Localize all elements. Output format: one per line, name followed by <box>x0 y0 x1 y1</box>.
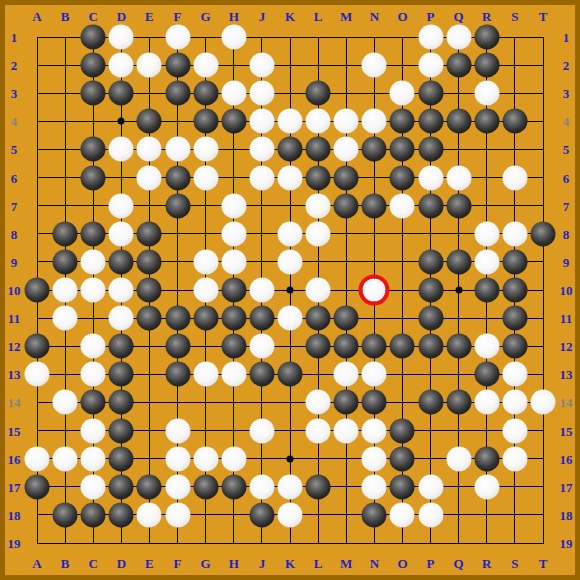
stone-black-F7[interactable] <box>165 193 190 218</box>
stone-white-Q16[interactable] <box>446 446 471 471</box>
stone-black-C14[interactable] <box>81 390 106 415</box>
stone-black-E4[interactable] <box>137 109 162 134</box>
stone-black-Q12[interactable] <box>446 334 471 359</box>
stone-white-E18[interactable] <box>137 502 162 527</box>
grid-line-horizontal <box>37 543 544 544</box>
stone-black-F2[interactable] <box>165 53 190 78</box>
column-label-bottom-S: S <box>511 557 518 570</box>
stone-white-M15[interactable] <box>334 418 359 443</box>
stone-white-O18[interactable] <box>390 502 415 527</box>
stone-white-N10-last-move-marker[interactable] <box>359 275 390 306</box>
stone-black-D13[interactable] <box>109 362 134 387</box>
stone-black-N18[interactable] <box>362 502 387 527</box>
column-label-top-O: O <box>397 10 407 23</box>
stone-black-S10[interactable] <box>502 278 527 303</box>
stone-black-O16[interactable] <box>390 446 415 471</box>
stone-white-H1[interactable] <box>221 25 246 50</box>
row-label-right-9: 9 <box>563 255 570 268</box>
stone-black-O15[interactable] <box>390 418 415 443</box>
row-label-right-6: 6 <box>563 171 570 184</box>
stone-black-F3[interactable] <box>165 81 190 106</box>
stone-black-E9[interactable] <box>137 249 162 274</box>
column-label-top-G: G <box>201 10 211 23</box>
stone-black-D14[interactable] <box>109 390 134 415</box>
column-label-bottom-H: H <box>229 557 239 570</box>
column-label-bottom-T: T <box>539 557 548 570</box>
row-label-left-15: 15 <box>8 424 21 437</box>
star-point-K10 <box>287 287 294 294</box>
stone-white-N16[interactable] <box>362 446 387 471</box>
stone-black-O4[interactable] <box>390 109 415 134</box>
stone-black-B8[interactable] <box>53 221 78 246</box>
stone-black-Q4[interactable] <box>446 109 471 134</box>
stone-black-K13[interactable] <box>278 362 303 387</box>
column-label-top-F: F <box>174 10 182 23</box>
stone-black-E8[interactable] <box>137 221 162 246</box>
stone-white-J15[interactable] <box>249 418 274 443</box>
stone-black-G3[interactable] <box>193 81 218 106</box>
row-label-right-19: 19 <box>560 537 573 550</box>
stone-white-M13[interactable] <box>334 362 359 387</box>
row-label-left-1: 1 <box>11 31 18 44</box>
stone-black-H11[interactable] <box>221 306 246 331</box>
row-label-right-18: 18 <box>560 508 573 521</box>
star-point-D4 <box>118 118 125 125</box>
stone-black-M7[interactable] <box>334 193 359 218</box>
stone-black-P14[interactable] <box>418 390 443 415</box>
stone-white-C17[interactable] <box>81 474 106 499</box>
column-label-top-P: P <box>427 10 435 23</box>
stone-black-H10[interactable] <box>221 278 246 303</box>
stone-white-D1[interactable] <box>109 25 134 50</box>
stone-white-O7[interactable] <box>390 193 415 218</box>
stone-white-S6[interactable] <box>502 165 527 190</box>
stone-white-J5[interactable] <box>249 137 274 162</box>
stone-black-F11[interactable] <box>165 306 190 331</box>
stone-white-N2[interactable] <box>362 53 387 78</box>
stone-white-K4[interactable] <box>278 109 303 134</box>
stone-black-D16[interactable] <box>109 446 134 471</box>
stone-white-K11[interactable] <box>278 306 303 331</box>
stone-white-C10[interactable] <box>81 278 106 303</box>
stone-black-L6[interactable] <box>306 165 331 190</box>
stone-black-O5[interactable] <box>390 137 415 162</box>
stone-white-K18[interactable] <box>278 502 303 527</box>
stone-black-E10[interactable] <box>137 278 162 303</box>
column-label-bottom-O: O <box>397 557 407 570</box>
stone-white-L8[interactable] <box>306 221 331 246</box>
stone-black-C18[interactable] <box>81 502 106 527</box>
stone-black-S4[interactable] <box>502 109 527 134</box>
stone-black-N7[interactable] <box>362 193 387 218</box>
row-label-right-8: 8 <box>563 227 570 240</box>
column-label-top-B: B <box>61 10 70 23</box>
stone-black-M11[interactable] <box>334 306 359 331</box>
stone-black-P4[interactable] <box>418 109 443 134</box>
row-label-right-5: 5 <box>563 143 570 156</box>
row-label-right-13: 13 <box>560 368 573 381</box>
stone-white-R8[interactable] <box>474 221 499 246</box>
stone-black-H4[interactable] <box>221 109 246 134</box>
stone-black-C5[interactable] <box>81 137 106 162</box>
stone-black-P3[interactable] <box>418 81 443 106</box>
row-label-left-13: 13 <box>8 368 21 381</box>
stone-black-O6[interactable] <box>390 165 415 190</box>
stone-white-S8[interactable] <box>502 221 527 246</box>
stone-black-T8[interactable] <box>531 221 556 246</box>
stone-white-C13[interactable] <box>81 362 106 387</box>
stone-black-D12[interactable] <box>109 334 134 359</box>
stone-black-Q7[interactable] <box>446 193 471 218</box>
column-label-top-L: L <box>314 10 323 23</box>
row-label-left-18: 18 <box>8 508 21 521</box>
stone-black-P5[interactable] <box>418 137 443 162</box>
stone-white-J2[interactable] <box>249 53 274 78</box>
column-label-top-S: S <box>511 10 518 23</box>
column-label-top-M: M <box>340 10 352 23</box>
stone-white-E2[interactable] <box>137 53 162 78</box>
column-label-top-C: C <box>89 10 98 23</box>
stone-white-N4[interactable] <box>362 109 387 134</box>
stone-black-B18[interactable] <box>53 502 78 527</box>
stone-white-E5[interactable] <box>137 137 162 162</box>
stone-black-F13[interactable] <box>165 362 190 387</box>
column-label-top-A: A <box>32 10 41 23</box>
column-label-top-H: H <box>229 10 239 23</box>
stone-black-A10[interactable] <box>25 278 50 303</box>
stone-black-M6[interactable] <box>334 165 359 190</box>
stone-white-F1[interactable] <box>165 25 190 50</box>
stone-white-P6[interactable] <box>418 165 443 190</box>
stone-black-M14[interactable] <box>334 390 359 415</box>
stone-black-C3[interactable] <box>81 81 106 106</box>
stone-white-B14[interactable] <box>53 390 78 415</box>
stone-black-P10[interactable] <box>418 278 443 303</box>
stone-white-N13[interactable] <box>362 362 387 387</box>
stone-white-D2[interactable] <box>109 53 134 78</box>
stone-black-G17[interactable] <box>193 474 218 499</box>
stone-black-J11[interactable] <box>249 306 274 331</box>
stone-black-O12[interactable] <box>390 334 415 359</box>
row-label-right-1: 1 <box>563 31 570 44</box>
column-label-bottom-M: M <box>340 557 352 570</box>
column-label-top-Q: Q <box>454 10 464 23</box>
stone-black-F12[interactable] <box>165 334 190 359</box>
stone-white-L4[interactable] <box>306 109 331 134</box>
stone-white-C9[interactable] <box>81 249 106 274</box>
stone-white-H8[interactable] <box>221 221 246 246</box>
stone-white-B16[interactable] <box>53 446 78 471</box>
stone-black-P9[interactable] <box>418 249 443 274</box>
stone-white-B11[interactable] <box>53 306 78 331</box>
stone-white-R17[interactable] <box>474 474 499 499</box>
stone-white-J17[interactable] <box>249 474 274 499</box>
stone-white-L15[interactable] <box>306 418 331 443</box>
row-label-left-4: 4 <box>11 115 18 128</box>
stone-black-E11[interactable] <box>137 306 162 331</box>
row-label-left-12: 12 <box>8 340 21 353</box>
stone-white-K8[interactable] <box>278 221 303 246</box>
stone-white-J4[interactable] <box>249 109 274 134</box>
star-point-Q10 <box>455 287 462 294</box>
stone-black-M12[interactable] <box>334 334 359 359</box>
stone-black-N14[interactable] <box>362 390 387 415</box>
row-label-left-6: 6 <box>11 171 18 184</box>
stone-white-R14[interactable] <box>474 390 499 415</box>
stone-white-G6[interactable] <box>193 165 218 190</box>
stone-white-S13[interactable] <box>502 362 527 387</box>
stone-white-T14[interactable] <box>531 390 556 415</box>
stone-white-G10[interactable] <box>193 278 218 303</box>
stone-white-B10[interactable] <box>53 278 78 303</box>
stone-white-M4[interactable] <box>334 109 359 134</box>
row-label-left-3: 3 <box>11 87 18 100</box>
stone-white-K6[interactable] <box>278 165 303 190</box>
row-label-left-14: 14 <box>8 396 21 409</box>
column-label-bottom-F: F <box>174 557 182 570</box>
stone-black-A17[interactable] <box>25 474 50 499</box>
column-label-bottom-Q: Q <box>454 557 464 570</box>
row-label-right-15: 15 <box>560 424 573 437</box>
stone-black-D18[interactable] <box>109 502 134 527</box>
stone-white-F16[interactable] <box>165 446 190 471</box>
stone-white-N17[interactable] <box>362 474 387 499</box>
stone-white-P2[interactable] <box>418 53 443 78</box>
stone-white-P17[interactable] <box>418 474 443 499</box>
column-label-top-N: N <box>370 10 379 23</box>
stone-white-P18[interactable] <box>418 502 443 527</box>
stone-black-C1[interactable] <box>81 25 106 50</box>
column-label-bottom-J: J <box>259 557 266 570</box>
stone-white-G5[interactable] <box>193 137 218 162</box>
stone-white-E6[interactable] <box>137 165 162 190</box>
stone-white-D11[interactable] <box>109 306 134 331</box>
stone-white-R9[interactable] <box>474 249 499 274</box>
row-label-right-10: 10 <box>560 284 573 297</box>
stone-black-F6[interactable] <box>165 165 190 190</box>
row-label-left-11: 11 <box>8 312 20 325</box>
column-label-bottom-L: L <box>314 557 323 570</box>
stone-white-O3[interactable] <box>390 81 415 106</box>
stone-black-L11[interactable] <box>306 306 331 331</box>
stone-black-N12[interactable] <box>362 334 387 359</box>
stone-white-D8[interactable] <box>109 221 134 246</box>
stone-black-D15[interactable] <box>109 418 134 443</box>
column-label-top-K: K <box>285 10 295 23</box>
row-label-right-17: 17 <box>560 480 573 493</box>
stone-black-N5[interactable] <box>362 137 387 162</box>
stone-black-D3[interactable] <box>109 81 134 106</box>
row-label-left-2: 2 <box>11 59 18 72</box>
stone-white-J12[interactable] <box>249 334 274 359</box>
stone-black-P11[interactable] <box>418 306 443 331</box>
stone-white-L14[interactable] <box>306 390 331 415</box>
stone-black-Q9[interactable] <box>446 249 471 274</box>
stone-black-H12[interactable] <box>221 334 246 359</box>
stone-black-S12[interactable] <box>502 334 527 359</box>
stone-black-O17[interactable] <box>390 474 415 499</box>
stone-white-L7[interactable] <box>306 193 331 218</box>
column-label-bottom-E: E <box>145 557 154 570</box>
stone-black-G4[interactable] <box>193 109 218 134</box>
go-board[interactable]: ABCDEFGHJKLMNOPQRSTABCDEFGHJKLMNOPQRST12… <box>0 0 580 580</box>
row-label-right-11: 11 <box>560 312 572 325</box>
stone-white-G16[interactable] <box>193 446 218 471</box>
stone-white-J10[interactable] <box>249 278 274 303</box>
stone-white-R3[interactable] <box>474 81 499 106</box>
row-label-left-5: 5 <box>11 143 18 156</box>
row-label-right-2: 2 <box>563 59 570 72</box>
row-label-right-12: 12 <box>560 340 573 353</box>
stone-white-S14[interactable] <box>502 390 527 415</box>
stone-black-L17[interactable] <box>306 474 331 499</box>
stone-black-G11[interactable] <box>193 306 218 331</box>
stone-black-R4[interactable] <box>474 109 499 134</box>
stone-white-F5[interactable] <box>165 137 190 162</box>
stone-black-A12[interactable] <box>25 334 50 359</box>
stone-black-P7[interactable] <box>418 193 443 218</box>
column-label-top-D: D <box>117 10 126 23</box>
row-label-right-3: 3 <box>563 87 570 100</box>
column-label-bottom-P: P <box>427 557 435 570</box>
stone-black-Q2[interactable] <box>446 53 471 78</box>
stone-white-A13[interactable] <box>25 362 50 387</box>
stone-white-H16[interactable] <box>221 446 246 471</box>
stone-black-R2[interactable] <box>474 53 499 78</box>
row-label-right-4: 4 <box>563 115 570 128</box>
stone-black-D17[interactable] <box>109 474 134 499</box>
row-label-left-10: 10 <box>8 284 21 297</box>
stone-white-D7[interactable] <box>109 193 134 218</box>
stone-black-C8[interactable] <box>81 221 106 246</box>
stone-white-H7[interactable] <box>221 193 246 218</box>
column-label-top-R: R <box>482 10 491 23</box>
stone-black-J18[interactable] <box>249 502 274 527</box>
stone-black-E17[interactable] <box>137 474 162 499</box>
stone-black-R10[interactable] <box>474 278 499 303</box>
stone-white-J6[interactable] <box>249 165 274 190</box>
column-label-bottom-R: R <box>482 557 491 570</box>
column-label-bottom-B: B <box>61 557 70 570</box>
stone-black-R1[interactable] <box>474 25 499 50</box>
stone-black-P12[interactable] <box>418 334 443 359</box>
stone-white-G13[interactable] <box>193 362 218 387</box>
stone-white-L10[interactable] <box>306 278 331 303</box>
stone-white-R12[interactable] <box>474 334 499 359</box>
stone-white-D10[interactable] <box>109 278 134 303</box>
stone-white-H3[interactable] <box>221 81 246 106</box>
stone-black-C2[interactable] <box>81 53 106 78</box>
grid-line-vertical <box>543 37 544 544</box>
stone-black-H17[interactable] <box>221 474 246 499</box>
stone-black-S9[interactable] <box>502 249 527 274</box>
row-label-left-8: 8 <box>11 227 18 240</box>
stone-black-R16[interactable] <box>474 446 499 471</box>
stone-white-J3[interactable] <box>249 81 274 106</box>
column-label-bottom-N: N <box>370 557 379 570</box>
stone-black-C6[interactable] <box>81 165 106 190</box>
stone-white-G9[interactable] <box>193 249 218 274</box>
stone-white-F15[interactable] <box>165 418 190 443</box>
row-label-left-17: 17 <box>8 480 21 493</box>
stone-white-F17[interactable] <box>165 474 190 499</box>
stone-white-K17[interactable] <box>278 474 303 499</box>
stone-black-L3[interactable] <box>306 81 331 106</box>
stone-white-K9[interactable] <box>278 249 303 274</box>
row-label-left-19: 19 <box>8 537 21 550</box>
row-label-left-16: 16 <box>8 452 21 465</box>
row-label-right-14: 14 <box>560 396 573 409</box>
row-label-right-7: 7 <box>563 199 570 212</box>
stone-white-P1[interactable] <box>418 25 443 50</box>
stone-black-L12[interactable] <box>306 334 331 359</box>
column-label-bottom-G: G <box>201 557 211 570</box>
column-label-top-E: E <box>145 10 154 23</box>
star-point-K16 <box>287 455 294 462</box>
stone-black-J13[interactable] <box>249 362 274 387</box>
column-label-bottom-K: K <box>285 557 295 570</box>
column-label-bottom-A: A <box>32 557 41 570</box>
stone-white-D5[interactable] <box>109 137 134 162</box>
stone-white-Q1[interactable] <box>446 25 471 50</box>
column-label-top-T: T <box>539 10 548 23</box>
row-label-left-7: 7 <box>11 199 18 212</box>
stone-black-B9[interactable] <box>53 249 78 274</box>
stone-white-H13[interactable] <box>221 362 246 387</box>
stone-white-C12[interactable] <box>81 334 106 359</box>
stone-white-N15[interactable] <box>362 418 387 443</box>
stone-white-M5[interactable] <box>334 137 359 162</box>
row-label-right-16: 16 <box>560 452 573 465</box>
stone-white-A16[interactable] <box>25 446 50 471</box>
stone-black-Q14[interactable] <box>446 390 471 415</box>
stone-black-K5[interactable] <box>278 137 303 162</box>
stone-white-C15[interactable] <box>81 418 106 443</box>
stone-black-D9[interactable] <box>109 249 134 274</box>
stone-white-Q6[interactable] <box>446 165 471 190</box>
stone-white-H9[interactable] <box>221 249 246 274</box>
stone-white-G2[interactable] <box>193 53 218 78</box>
stone-white-C16[interactable] <box>81 446 106 471</box>
stone-black-R13[interactable] <box>474 362 499 387</box>
row-label-left-9: 9 <box>11 255 18 268</box>
stone-white-F18[interactable] <box>165 502 190 527</box>
column-label-bottom-D: D <box>117 557 126 570</box>
stone-black-L5[interactable] <box>306 137 331 162</box>
stone-black-S11[interactable] <box>502 306 527 331</box>
stone-white-S15[interactable] <box>502 418 527 443</box>
column-label-bottom-C: C <box>89 557 98 570</box>
stone-white-S16[interactable] <box>502 446 527 471</box>
column-label-top-J: J <box>259 10 266 23</box>
